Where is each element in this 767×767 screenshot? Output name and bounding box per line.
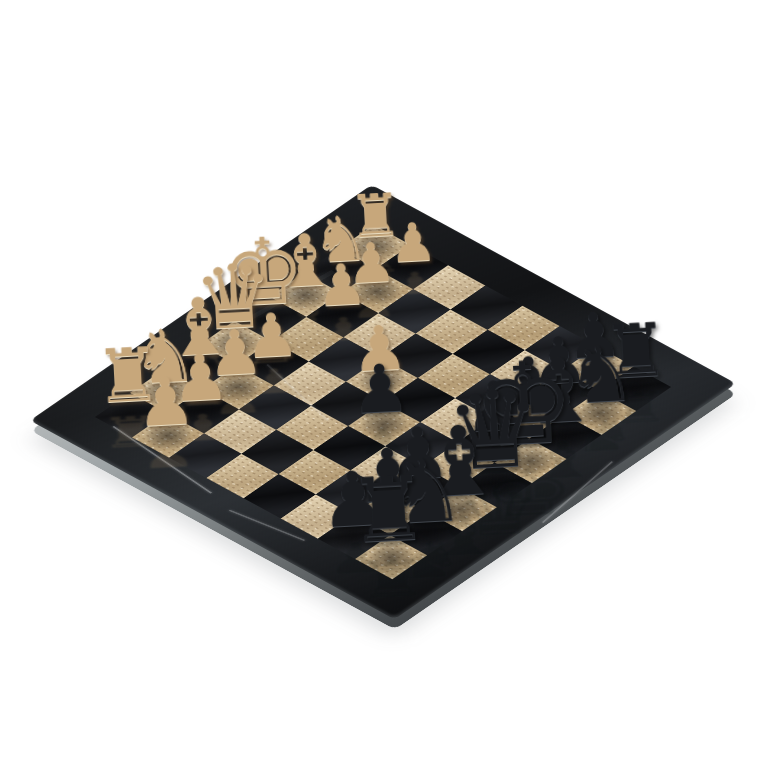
- board-grid: ♜♜♟♟♟♟♜♜♞♞♟♟♟♟♞♞♝♝♟♟♟♟♝♝♚♚♟♟♟♟♚♚♛♛♟♟♟♟♛♛…: [95, 225, 671, 580]
- board-square: ♟♟: [132, 413, 204, 457]
- board-square: ♜♜: [355, 535, 427, 579]
- chess-board: ♜♜♟♟♟♟♜♜♞♞♟♟♟♟♞♞♝♝♟♟♟♟♝♝♚♚♟♟♟♟♚♚♛♛♟♟♟♟♛♛…: [30, 185, 736, 620]
- piece-black-rook: ♜: [326, 462, 450, 557]
- product-photo: ♜♜♟♟♟♟♜♜♞♞♟♟♟♟♞♞♝♝♟♟♟♟♝♝♚♚♟♟♟♟♚♚♛♛♟♟♟♟♛♛…: [0, 0, 767, 767]
- scene-lean: ♜♜♟♟♟♟♜♜♞♞♟♟♟♟♞♞♝♝♟♟♟♟♝♝♚♚♟♟♟♟♚♚♛♛♟♟♟♟♛♛…: [0, 0, 767, 767]
- piece-reflection: ♜: [331, 550, 453, 607]
- piece-white-pawn: ♟: [104, 366, 227, 438]
